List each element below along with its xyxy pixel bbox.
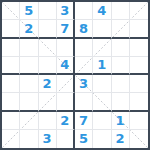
sudoku-cell-r1c4[interactable]: 3 xyxy=(57,2,75,20)
sudoku-cell-r7c7[interactable]: 1 xyxy=(112,112,130,130)
sudoku-cell-r4c6[interactable]: 1 xyxy=(93,57,111,75)
sudoku-cell-r3c2[interactable] xyxy=(20,39,38,57)
sudoku-cell-r8c1[interactable] xyxy=(2,130,20,148)
sudoku-cell-r1c2[interactable]: 5 xyxy=(20,2,38,20)
sudoku-cell-r8c3[interactable]: 3 xyxy=(39,130,57,148)
sudoku-cell-r5c5[interactable]: 3 xyxy=(75,75,93,93)
sudoku-cell-r6c5[interactable] xyxy=(75,93,93,111)
sudoku-cell-r2c7[interactable] xyxy=(112,20,130,38)
sudoku-cell-r2c8[interactable] xyxy=(130,20,148,38)
sudoku-cell-r2c1[interactable] xyxy=(2,20,20,38)
sudoku-cell-r3c6[interactable] xyxy=(93,39,111,57)
sudoku-cell-r1c3[interactable] xyxy=(39,2,57,20)
sudoku-cell-r6c8[interactable] xyxy=(130,93,148,111)
sudoku-cell-r8c5[interactable]: 5 xyxy=(75,130,93,148)
sudoku-cell-r4c1[interactable] xyxy=(2,57,20,75)
sudoku-cell-r3c8[interactable] xyxy=(130,39,148,57)
sudoku-cell-r6c3[interactable] xyxy=(39,93,57,111)
sudoku-cell-r7c5[interactable]: 7 xyxy=(75,112,93,130)
sudoku-cell-r7c4[interactable]: 2 xyxy=(57,112,75,130)
sudoku-cell-r7c8[interactable] xyxy=(130,112,148,130)
sudoku-cell-r1c8[interactable] xyxy=(130,2,148,20)
sudoku-cell-r5c8[interactable] xyxy=(130,75,148,93)
sudoku-cell-r4c8[interactable] xyxy=(130,57,148,75)
sudoku-cell-r1c1[interactable] xyxy=(2,2,20,20)
sudoku-cell-r3c7[interactable] xyxy=(112,39,130,57)
sudoku-cell-r5c3[interactable]: 2 xyxy=(39,75,57,93)
sudoku-cell-r6c6[interactable] xyxy=(93,93,111,111)
sudoku-cell-r8c4[interactable] xyxy=(57,130,75,148)
sudoku-cell-r8c6[interactable] xyxy=(93,130,111,148)
sudoku-cell-r5c2[interactable] xyxy=(20,75,38,93)
sudoku-cell-r2c6[interactable] xyxy=(93,20,111,38)
sudoku-cell-r2c3[interactable] xyxy=(39,20,57,38)
sudoku-cell-r3c4[interactable] xyxy=(57,39,75,57)
sudoku-cell-r5c7[interactable] xyxy=(112,75,130,93)
sudoku-cell-r4c7[interactable] xyxy=(112,57,130,75)
sudoku-cell-r6c7[interactable] xyxy=(112,93,130,111)
sudoku-cell-r4c5[interactable] xyxy=(75,57,93,75)
sudoku-cell-r2c5[interactable]: 8 xyxy=(75,20,93,38)
sudoku-cell-r1c6[interactable]: 4 xyxy=(93,2,111,20)
sudoku-cell-r5c6[interactable] xyxy=(93,75,111,93)
sudoku-cell-r2c2[interactable]: 2 xyxy=(20,20,38,38)
sudoku-cell-r8c7[interactable]: 2 xyxy=(112,130,130,148)
sudoku-cell-r6c4[interactable] xyxy=(57,93,75,111)
sudoku-cell-r1c5[interactable] xyxy=(75,2,93,20)
sudoku-cell-r3c3[interactable] xyxy=(39,39,57,57)
sudoku-cell-r4c2[interactable] xyxy=(20,57,38,75)
sudoku-cell-r2c4[interactable]: 7 xyxy=(57,20,75,38)
sudoku-cell-r8c2[interactable] xyxy=(20,130,38,148)
sudoku-cell-r7c1[interactable] xyxy=(2,112,20,130)
sudoku-cell-r8c8[interactable] xyxy=(130,130,148,148)
sudoku-cell-r5c4[interactable] xyxy=(57,75,75,93)
sudoku-cell-r7c6[interactable] xyxy=(93,112,111,130)
sudoku-cell-r7c2[interactable] xyxy=(20,112,38,130)
sudoku-cell-r3c1[interactable] xyxy=(2,39,20,57)
sudoku-cell-r1c7[interactable] xyxy=(112,2,130,20)
sudoku-cell-r3c5[interactable] xyxy=(75,39,93,57)
sudoku-cell-r6c2[interactable] xyxy=(20,93,38,111)
sudoku-board: 5342784123271352 xyxy=(0,0,150,150)
sudoku-cell-r4c3[interactable] xyxy=(39,57,57,75)
sudoku-cell-r7c3[interactable] xyxy=(39,112,57,130)
sudoku-cell-r5c1[interactable] xyxy=(2,75,20,93)
sudoku-cell-r6c1[interactable] xyxy=(2,93,20,111)
sudoku-cell-r4c4[interactable]: 4 xyxy=(57,57,75,75)
